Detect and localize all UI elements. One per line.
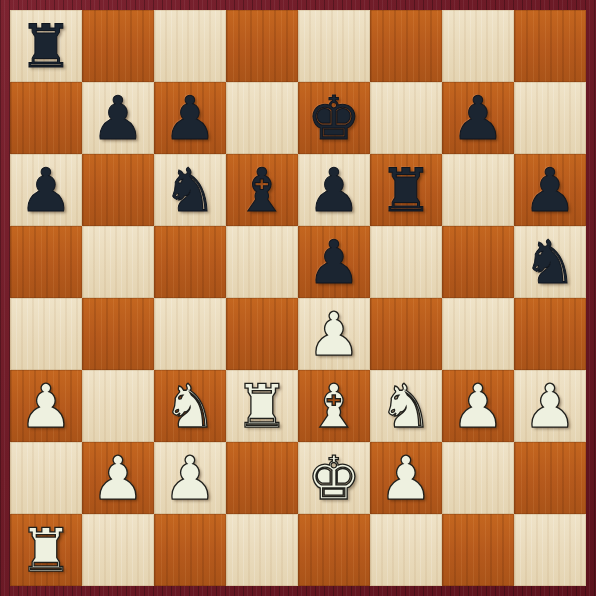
square-d8[interactable] — [226, 10, 298, 82]
square-d6[interactable]: ♝ — [226, 154, 298, 226]
square-e6[interactable]: ♟ — [298, 154, 370, 226]
square-a2[interactable] — [10, 442, 82, 514]
square-c6[interactable]: ♞ — [154, 154, 226, 226]
square-e5[interactable]: ♟ — [298, 226, 370, 298]
piece-black-king[interactable]: ♚ — [307, 82, 361, 154]
piece-white-pawn[interactable]: ♟ — [163, 442, 217, 514]
square-g2[interactable] — [442, 442, 514, 514]
square-g4[interactable] — [442, 298, 514, 370]
piece-black-bishop[interactable]: ♝ — [235, 154, 289, 226]
square-g5[interactable] — [442, 226, 514, 298]
piece-white-pawn[interactable]: ♟ — [307, 298, 361, 370]
square-e7[interactable]: ♚ — [298, 82, 370, 154]
square-d3[interactable]: ♜ — [226, 370, 298, 442]
piece-white-pawn[interactable]: ♟ — [379, 442, 433, 514]
square-g3[interactable]: ♟ — [442, 370, 514, 442]
square-h4[interactable] — [514, 298, 586, 370]
square-c1[interactable] — [154, 514, 226, 586]
square-b4[interactable] — [82, 298, 154, 370]
piece-white-knight[interactable]: ♞ — [379, 370, 433, 442]
square-c3[interactable]: ♞ — [154, 370, 226, 442]
piece-white-rook[interactable]: ♜ — [19, 514, 73, 586]
piece-white-pawn[interactable]: ♟ — [19, 370, 73, 442]
square-g7[interactable]: ♟ — [442, 82, 514, 154]
square-h3[interactable]: ♟ — [514, 370, 586, 442]
square-e3[interactable]: ♝ — [298, 370, 370, 442]
piece-black-pawn[interactable]: ♟ — [307, 154, 361, 226]
piece-white-pawn[interactable]: ♟ — [451, 370, 505, 442]
square-g1[interactable] — [442, 514, 514, 586]
square-a4[interactable] — [10, 298, 82, 370]
piece-black-pawn[interactable]: ♟ — [307, 226, 361, 298]
chess-board: ♜♟♟♚♟♟♞♝♟♜♟♟♞♟♟♞♜♝♞♟♟♟♟♚♟♜ — [10, 10, 586, 586]
square-b8[interactable] — [82, 10, 154, 82]
square-b3[interactable] — [82, 370, 154, 442]
square-f7[interactable] — [370, 82, 442, 154]
square-a8[interactable]: ♜ — [10, 10, 82, 82]
piece-white-pawn[interactable]: ♟ — [523, 370, 577, 442]
piece-black-pawn[interactable]: ♟ — [163, 82, 217, 154]
square-a6[interactable]: ♟ — [10, 154, 82, 226]
square-f2[interactable]: ♟ — [370, 442, 442, 514]
square-c8[interactable] — [154, 10, 226, 82]
square-d1[interactable] — [226, 514, 298, 586]
piece-black-pawn[interactable]: ♟ — [451, 82, 505, 154]
square-f3[interactable]: ♞ — [370, 370, 442, 442]
square-b2[interactable]: ♟ — [82, 442, 154, 514]
square-c2[interactable]: ♟ — [154, 442, 226, 514]
square-c5[interactable] — [154, 226, 226, 298]
square-f8[interactable] — [370, 10, 442, 82]
square-c7[interactable]: ♟ — [154, 82, 226, 154]
board-frame: ♜♟♟♚♟♟♞♝♟♜♟♟♞♟♟♞♜♝♞♟♟♟♟♚♟♜ — [0, 0, 596, 596]
piece-black-knight[interactable]: ♞ — [523, 226, 577, 298]
square-h6[interactable]: ♟ — [514, 154, 586, 226]
square-d7[interactable] — [226, 82, 298, 154]
piece-white-bishop[interactable]: ♝ — [307, 370, 361, 442]
square-h2[interactable] — [514, 442, 586, 514]
square-h5[interactable]: ♞ — [514, 226, 586, 298]
piece-black-rook[interactable]: ♜ — [19, 10, 73, 82]
square-e1[interactable] — [298, 514, 370, 586]
square-h1[interactable] — [514, 514, 586, 586]
square-b5[interactable] — [82, 226, 154, 298]
piece-black-knight[interactable]: ♞ — [163, 154, 217, 226]
square-f6[interactable]: ♜ — [370, 154, 442, 226]
square-f4[interactable] — [370, 298, 442, 370]
square-c4[interactable] — [154, 298, 226, 370]
square-g8[interactable] — [442, 10, 514, 82]
piece-black-pawn[interactable]: ♟ — [523, 154, 577, 226]
square-a7[interactable] — [10, 82, 82, 154]
piece-white-king[interactable]: ♚ — [307, 442, 361, 514]
square-d4[interactable] — [226, 298, 298, 370]
piece-black-pawn[interactable]: ♟ — [91, 82, 145, 154]
square-f5[interactable] — [370, 226, 442, 298]
square-d5[interactable] — [226, 226, 298, 298]
square-a1[interactable]: ♜ — [10, 514, 82, 586]
square-h7[interactable] — [514, 82, 586, 154]
square-e2[interactable]: ♚ — [298, 442, 370, 514]
square-e4[interactable]: ♟ — [298, 298, 370, 370]
square-b6[interactable] — [82, 154, 154, 226]
square-d2[interactable] — [226, 442, 298, 514]
square-f1[interactable] — [370, 514, 442, 586]
piece-white-rook[interactable]: ♜ — [235, 370, 289, 442]
square-h8[interactable] — [514, 10, 586, 82]
piece-white-knight[interactable]: ♞ — [163, 370, 217, 442]
square-b7[interactable]: ♟ — [82, 82, 154, 154]
square-a3[interactable]: ♟ — [10, 370, 82, 442]
piece-black-rook[interactable]: ♜ — [379, 154, 433, 226]
square-b1[interactable] — [82, 514, 154, 586]
square-a5[interactable] — [10, 226, 82, 298]
piece-white-pawn[interactable]: ♟ — [91, 442, 145, 514]
piece-black-pawn[interactable]: ♟ — [19, 154, 73, 226]
square-e8[interactable] — [298, 10, 370, 82]
square-g6[interactable] — [442, 154, 514, 226]
